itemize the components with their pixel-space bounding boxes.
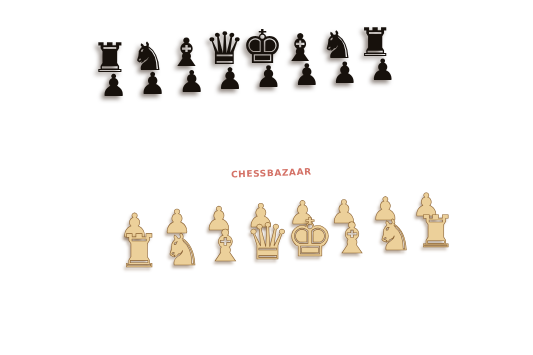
square-f4[interactable] xyxy=(305,149,353,180)
black-pawn-f7[interactable]: ♟ xyxy=(293,60,320,90)
square-e5[interactable] xyxy=(259,125,305,155)
white-pawn-d2[interactable]: ♟ xyxy=(246,201,275,234)
white-pawn-e2[interactable]: ♟ xyxy=(288,198,317,230)
square-g2[interactable] xyxy=(361,203,411,236)
white-pawn-g2[interactable]: ♟ xyxy=(371,192,400,224)
square-c3[interactable] xyxy=(190,185,237,217)
square-f5[interactable] xyxy=(298,122,345,151)
square-f7[interactable] xyxy=(284,71,329,99)
square-a8[interactable] xyxy=(89,57,131,84)
square-g6[interactable] xyxy=(329,94,375,122)
square-h8[interactable] xyxy=(353,42,398,69)
square-b8[interactable] xyxy=(127,55,170,82)
square-f3[interactable] xyxy=(312,177,360,209)
square-e3[interactable] xyxy=(271,179,319,211)
square-e7[interactable] xyxy=(246,73,291,101)
black-pawn-e7[interactable]: ♟ xyxy=(255,62,282,92)
square-h1[interactable] xyxy=(410,229,461,263)
square-g7[interactable] xyxy=(322,68,367,96)
white-rook-h1[interactable]: ♜ xyxy=(416,210,456,254)
square-h4[interactable] xyxy=(384,144,432,174)
square-d8[interactable] xyxy=(203,51,246,78)
black-knight-b8[interactable]: ♞ xyxy=(131,37,166,76)
white-king-e1[interactable]: ♚ xyxy=(287,212,334,264)
square-a7[interactable] xyxy=(92,82,135,110)
board-grid xyxy=(89,42,462,285)
watermark-text: CHESSBAZAAR xyxy=(231,167,312,180)
white-knight-b1[interactable]: ♞ xyxy=(163,228,202,272)
square-a6[interactable] xyxy=(96,108,140,137)
square-c5[interactable] xyxy=(179,130,224,160)
square-f1[interactable] xyxy=(327,235,377,269)
black-bishop-f8[interactable]: ♝ xyxy=(283,28,317,66)
square-c2[interactable] xyxy=(195,214,243,247)
square-e8[interactable] xyxy=(241,49,285,76)
square-d5[interactable] xyxy=(219,127,265,157)
square-h2[interactable] xyxy=(401,200,451,232)
white-queen-d1[interactable]: ♛ xyxy=(245,217,290,267)
square-h5[interactable] xyxy=(376,117,424,146)
square-h7[interactable] xyxy=(360,66,406,93)
square-b2[interactable] xyxy=(153,217,201,250)
square-b5[interactable] xyxy=(140,132,185,162)
square-a2[interactable] xyxy=(111,220,158,253)
black-bishop-c8[interactable]: ♝ xyxy=(169,34,204,73)
square-d7[interactable] xyxy=(208,75,252,103)
square-c6[interactable] xyxy=(174,103,219,132)
square-e6[interactable] xyxy=(252,98,297,127)
black-queen-d8[interactable]: ♛ xyxy=(204,27,244,72)
square-a4[interactable] xyxy=(103,162,148,193)
square-c7[interactable] xyxy=(170,78,214,106)
square-d1[interactable] xyxy=(243,241,292,275)
board-side-edge xyxy=(56,30,513,328)
square-h6[interactable] xyxy=(368,91,415,119)
square-g4[interactable] xyxy=(344,146,392,176)
square-f8[interactable] xyxy=(278,46,322,73)
white-pawn-c2[interactable]: ♟ xyxy=(204,204,233,237)
black-pawn-d7[interactable]: ♟ xyxy=(217,65,244,95)
square-f2[interactable] xyxy=(320,205,369,238)
square-g1[interactable] xyxy=(369,232,420,266)
black-pawn-g7[interactable]: ♟ xyxy=(332,58,359,88)
white-rook-a1[interactable]: ♜ xyxy=(119,230,160,276)
square-c8[interactable] xyxy=(165,53,208,80)
square-c4[interactable] xyxy=(184,157,230,188)
white-pawn-b2[interactable]: ♟ xyxy=(162,206,192,239)
square-a5[interactable] xyxy=(99,135,144,165)
square-d3[interactable] xyxy=(231,182,279,214)
white-bishop-f1[interactable]: ♝ xyxy=(333,217,371,260)
square-b1[interactable] xyxy=(158,247,206,281)
chess-set-photo: ♜♞♝♛♚♝♞♜♟♟♟♟♟♟♟♟♟♟♟♟♟♟♟♟♜♞♝♛♚♝♞♜ CHESSBA… xyxy=(0,0,533,355)
square-a3[interactable] xyxy=(107,190,153,222)
square-d6[interactable] xyxy=(214,101,259,130)
board-maple-frame xyxy=(77,35,476,295)
black-pawn-c7[interactable]: ♟ xyxy=(178,67,205,97)
black-pawn-h7[interactable]: ♟ xyxy=(370,56,396,85)
white-bishop-c1[interactable]: ♝ xyxy=(206,225,245,269)
square-f6[interactable] xyxy=(291,96,337,125)
square-b7[interactable] xyxy=(131,80,174,108)
black-pawn-b7[interactable]: ♟ xyxy=(139,69,166,99)
square-b4[interactable] xyxy=(144,159,190,190)
square-g3[interactable] xyxy=(352,174,401,205)
square-d2[interactable] xyxy=(237,211,285,244)
black-knight-g8[interactable]: ♞ xyxy=(320,26,354,64)
white-knight-g1[interactable]: ♞ xyxy=(375,214,413,257)
black-pawn-a7[interactable]: ♟ xyxy=(100,71,127,102)
square-h3[interactable] xyxy=(392,171,441,202)
square-e2[interactable] xyxy=(278,208,327,241)
black-king-e8[interactable]: ♚ xyxy=(241,23,283,70)
black-rook-h8[interactable]: ♜ xyxy=(357,23,392,62)
square-a1[interactable] xyxy=(115,250,163,285)
square-e1[interactable] xyxy=(285,238,335,272)
white-pawn-f2[interactable]: ♟ xyxy=(330,195,359,227)
square-g8[interactable] xyxy=(315,44,360,71)
square-b3[interactable] xyxy=(149,188,196,220)
black-rook-a8[interactable]: ♜ xyxy=(92,38,129,79)
white-pawn-a2[interactable]: ♟ xyxy=(120,209,150,242)
square-g5[interactable] xyxy=(337,120,384,149)
white-pawn-h2[interactable]: ♟ xyxy=(412,190,441,222)
square-b6[interactable] xyxy=(135,106,179,135)
square-c1[interactable] xyxy=(201,244,250,278)
